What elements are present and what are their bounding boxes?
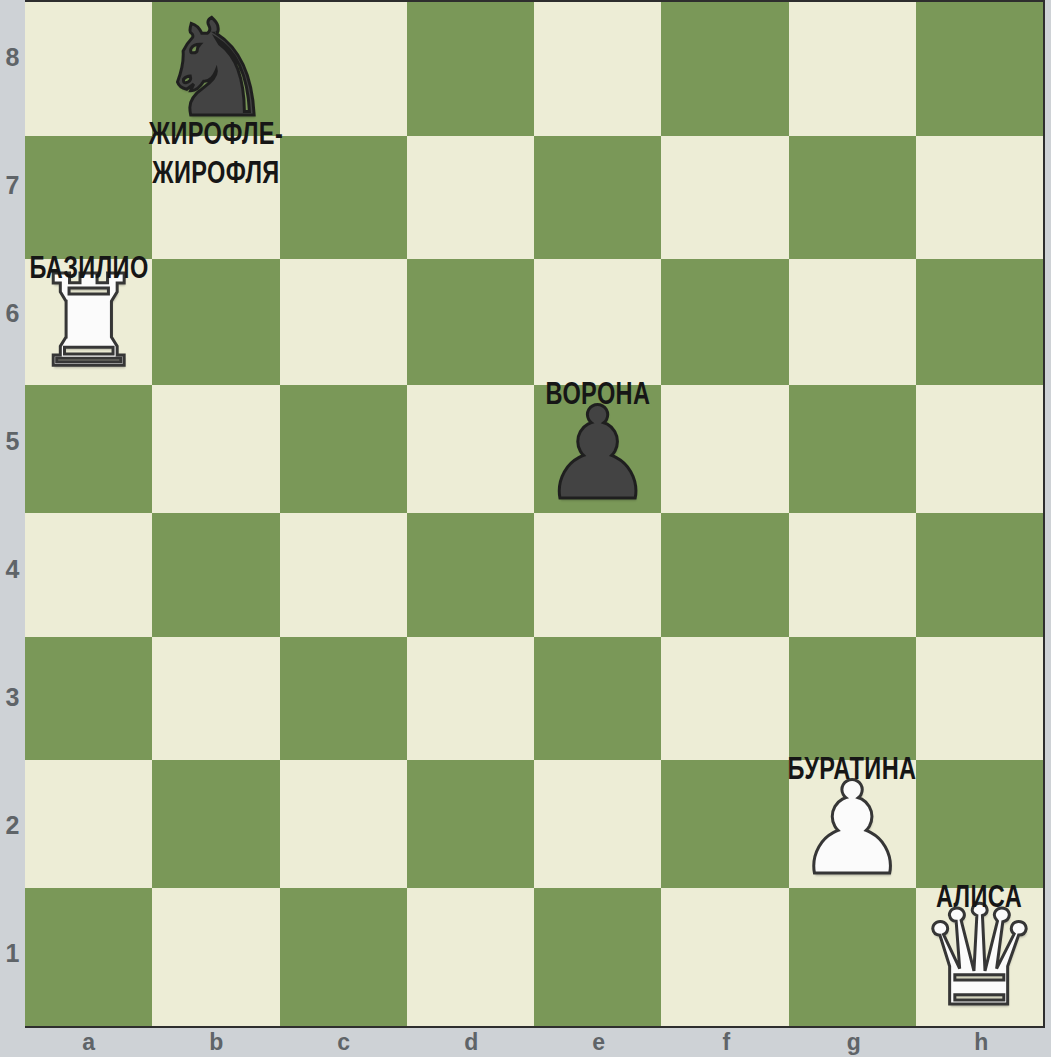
square-b7[interactable] [152, 136, 279, 259]
rank-label-7: 7 [0, 121, 25, 249]
square-g4[interactable] [789, 513, 916, 636]
square-f7[interactable] [661, 136, 788, 259]
file-label-f: f [663, 1028, 791, 1057]
square-d8[interactable] [407, 2, 534, 136]
square-c5[interactable] [280, 385, 407, 513]
square-d3[interactable] [407, 637, 534, 760]
square-f3[interactable] [661, 637, 788, 760]
square-a5[interactable] [25, 385, 152, 513]
square-e2[interactable] [534, 760, 661, 888]
square-h5[interactable] [916, 385, 1043, 513]
square-b4[interactable] [152, 513, 279, 636]
piece-black-pawn-e5[interactable]: ♟ [540, 390, 655, 518]
file-label-e: e [535, 1028, 663, 1057]
square-h3[interactable] [916, 637, 1043, 760]
square-f5[interactable] [661, 385, 788, 513]
square-d5[interactable] [407, 385, 534, 513]
square-c6[interactable] [280, 259, 407, 385]
square-h4[interactable] [916, 513, 1043, 636]
square-e7[interactable] [534, 136, 661, 259]
square-f2[interactable] [661, 760, 788, 888]
square-e3[interactable] [534, 637, 661, 760]
square-c3[interactable] [280, 637, 407, 760]
piece-black-knight-b8[interactable]: ♞ [156, 2, 276, 136]
square-b8[interactable]: ♞ЖИРОФЛЕ-ЖИРОФЛЯ [152, 2, 279, 136]
chess-position-screenshot: 87654321 ♞ЖИРОФЛЕ-ЖИРОФЛЯ♜БАЗИЛИО♟ВОРОНА… [0, 0, 1051, 1057]
square-d1[interactable] [407, 888, 534, 1026]
square-g2[interactable]: ♟БУРАТИНА [789, 760, 916, 888]
square-a3[interactable] [25, 637, 152, 760]
square-f4[interactable] [661, 513, 788, 636]
square-e4[interactable] [534, 513, 661, 636]
square-b6[interactable] [152, 259, 279, 385]
rank-label-3: 3 [0, 633, 25, 761]
square-f1[interactable] [661, 888, 788, 1026]
square-d7[interactable] [407, 136, 534, 259]
square-g1[interactable] [789, 888, 916, 1026]
square-c4[interactable] [280, 513, 407, 636]
square-c8[interactable] [280, 2, 407, 136]
square-g8[interactable] [789, 2, 916, 136]
rank-label-5: 5 [0, 377, 25, 505]
square-h2[interactable] [916, 760, 1043, 888]
rank-coordinates: 87654321 [0, 2, 25, 1026]
square-a6[interactable]: ♜БАЗИЛИО [25, 259, 152, 385]
piece-white-pawn-g2[interactable]: ♟ [795, 765, 910, 893]
square-b2[interactable] [152, 760, 279, 888]
square-c7[interactable] [280, 136, 407, 259]
square-e1[interactable] [534, 888, 661, 1026]
file-label-a: a [25, 1028, 153, 1057]
square-a8[interactable] [25, 2, 152, 136]
file-label-g: g [790, 1028, 918, 1057]
square-a4[interactable] [25, 513, 152, 636]
square-e5[interactable]: ♟ВОРОНА [534, 385, 661, 513]
piece-white-queen-h1[interactable]: ♛ [918, 888, 1042, 1026]
rank-label-8: 8 [0, 0, 25, 121]
square-g6[interactable] [789, 259, 916, 385]
rank-label-4: 4 [0, 505, 25, 633]
square-g7[interactable] [789, 136, 916, 259]
square-b5[interactable] [152, 385, 279, 513]
square-f8[interactable] [661, 2, 788, 136]
square-a1[interactable] [25, 888, 152, 1026]
file-label-b: b [153, 1028, 281, 1057]
square-h8[interactable] [916, 2, 1043, 136]
rank-label-6: 6 [0, 249, 25, 377]
square-h7[interactable] [916, 136, 1043, 259]
square-a7[interactable] [25, 136, 152, 259]
square-h6[interactable] [916, 259, 1043, 385]
square-f6[interactable] [661, 259, 788, 385]
square-g5[interactable] [789, 385, 916, 513]
square-d6[interactable] [407, 259, 534, 385]
square-c1[interactable] [280, 888, 407, 1026]
file-label-c: c [280, 1028, 408, 1057]
square-e6[interactable] [534, 259, 661, 385]
square-b1[interactable] [152, 888, 279, 1026]
chess-board: ♞ЖИРОФЛЕ-ЖИРОФЛЯ♜БАЗИЛИО♟ВОРОНА♟БУРАТИНА… [25, 0, 1045, 1028]
file-coordinates: abcdefgh [25, 1028, 1045, 1057]
piece-white-rook-a6[interactable]: ♜ [32, 259, 145, 385]
rank-label-1: 1 [0, 889, 25, 1017]
rank-label-2: 2 [0, 761, 25, 889]
file-label-d: d [408, 1028, 536, 1057]
square-b3[interactable] [152, 637, 279, 760]
square-e8[interactable] [534, 2, 661, 136]
square-a2[interactable] [25, 760, 152, 888]
square-h1[interactable]: ♛АЛИСА [916, 888, 1043, 1026]
square-d2[interactable] [407, 760, 534, 888]
square-g3[interactable] [789, 637, 916, 760]
square-d4[interactable] [407, 513, 534, 636]
square-c2[interactable] [280, 760, 407, 888]
